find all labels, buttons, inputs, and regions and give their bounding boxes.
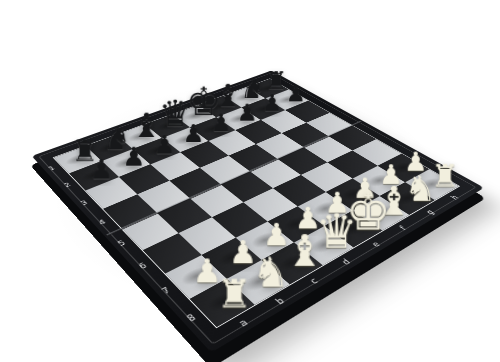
file-label-h: h xyxy=(450,195,460,201)
rank-label-3: 3 xyxy=(80,200,89,206)
file-label-c: c xyxy=(309,277,320,285)
rank-label-8: 8 xyxy=(186,314,198,323)
file-label-b: b xyxy=(275,297,287,306)
rank-label-4: 4 xyxy=(98,219,107,226)
piece-black-pawn: ♟ xyxy=(116,144,152,170)
piece-black-pawn: ♟ xyxy=(147,132,182,157)
file-label-d: d xyxy=(341,258,352,266)
rank-label-5: 5 xyxy=(117,240,127,247)
file-label-g: g xyxy=(425,209,436,215)
product-photo: ♜♞♝♛♚♝♞♜♟♟♟♟♟♟♟♟♟♟♟♟♟♟♟♟♜♞♝♛♚♝♞♜ 1234567… xyxy=(0,0,500,362)
piece-black-pawn: ♟ xyxy=(83,156,120,183)
file-label-f: f xyxy=(399,225,408,231)
piece-white-rook: ♜ xyxy=(211,275,258,314)
rank-label-1: 1 xyxy=(48,166,56,171)
file-label-e: e xyxy=(371,241,382,248)
rank-label-2: 2 xyxy=(64,183,72,189)
rank-label-7: 7 xyxy=(161,287,172,296)
file-label-a: a xyxy=(238,319,250,329)
rank-label-6: 6 xyxy=(138,263,148,271)
